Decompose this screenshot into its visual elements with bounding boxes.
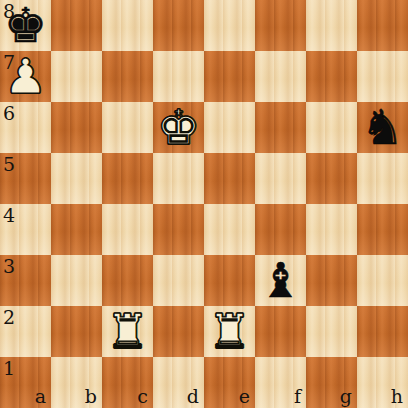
square-e7[interactable] bbox=[204, 51, 255, 102]
square-a8[interactable]: 8♚ bbox=[0, 0, 51, 51]
rank-label-1: 1 bbox=[3, 359, 15, 378]
square-h2[interactable] bbox=[357, 306, 408, 357]
square-h6[interactable]: ♞ bbox=[357, 102, 408, 153]
square-b5[interactable] bbox=[51, 153, 102, 204]
square-b4[interactable] bbox=[51, 204, 102, 255]
rank-label-4: 4 bbox=[3, 206, 15, 225]
square-f5[interactable] bbox=[255, 153, 306, 204]
square-e5[interactable] bbox=[204, 153, 255, 204]
file-label-c: c bbox=[137, 387, 148, 406]
rank-label-6: 6 bbox=[3, 104, 15, 123]
square-d4[interactable] bbox=[153, 204, 204, 255]
file-label-g: g bbox=[340, 387, 352, 406]
square-f8[interactable] bbox=[255, 0, 306, 51]
piece-black-bishop[interactable]: ♝ bbox=[259, 255, 302, 306]
square-c7[interactable] bbox=[102, 51, 153, 102]
square-d5[interactable] bbox=[153, 153, 204, 204]
square-h8[interactable] bbox=[357, 0, 408, 51]
square-g6[interactable] bbox=[306, 102, 357, 153]
square-d1[interactable]: d bbox=[153, 357, 204, 408]
chessboard-container: 8♚7♟6♚♞543♝2♜♜1abcdefgh bbox=[0, 0, 408, 408]
rank-label-2: 2 bbox=[3, 308, 15, 327]
square-e4[interactable] bbox=[204, 204, 255, 255]
rank-label-7: 7 bbox=[3, 53, 15, 72]
square-f4[interactable] bbox=[255, 204, 306, 255]
square-a4[interactable]: 4 bbox=[0, 204, 51, 255]
square-c3[interactable] bbox=[102, 255, 153, 306]
piece-white-rook[interactable]: ♜ bbox=[106, 306, 149, 357]
square-d2[interactable] bbox=[153, 306, 204, 357]
square-h3[interactable] bbox=[357, 255, 408, 306]
square-d3[interactable] bbox=[153, 255, 204, 306]
square-h4[interactable] bbox=[357, 204, 408, 255]
square-h7[interactable] bbox=[357, 51, 408, 102]
square-e1[interactable]: e bbox=[204, 357, 255, 408]
square-g3[interactable] bbox=[306, 255, 357, 306]
square-h1[interactable]: h bbox=[357, 357, 408, 408]
square-b3[interactable] bbox=[51, 255, 102, 306]
square-a3[interactable]: 3 bbox=[0, 255, 51, 306]
square-c1[interactable]: c bbox=[102, 357, 153, 408]
piece-white-rook[interactable]: ♜ bbox=[208, 306, 251, 357]
square-b7[interactable] bbox=[51, 51, 102, 102]
square-e6[interactable] bbox=[204, 102, 255, 153]
file-label-f: f bbox=[294, 387, 301, 406]
square-b1[interactable]: b bbox=[51, 357, 102, 408]
rank-label-5: 5 bbox=[3, 155, 15, 174]
file-label-d: d bbox=[187, 387, 199, 406]
square-c5[interactable] bbox=[102, 153, 153, 204]
square-c2[interactable]: ♜ bbox=[102, 306, 153, 357]
rank-label-8: 8 bbox=[3, 2, 15, 21]
square-c4[interactable] bbox=[102, 204, 153, 255]
file-label-e: e bbox=[239, 387, 250, 406]
square-f6[interactable] bbox=[255, 102, 306, 153]
square-f3[interactable]: ♝ bbox=[255, 255, 306, 306]
piece-black-knight[interactable]: ♞ bbox=[361, 102, 404, 153]
file-label-b: b bbox=[85, 387, 97, 406]
square-d7[interactable] bbox=[153, 51, 204, 102]
square-c6[interactable] bbox=[102, 102, 153, 153]
square-a5[interactable]: 5 bbox=[0, 153, 51, 204]
square-a1[interactable]: 1a bbox=[0, 357, 51, 408]
square-h5[interactable] bbox=[357, 153, 408, 204]
square-g1[interactable]: g bbox=[306, 357, 357, 408]
file-label-h: h bbox=[391, 387, 403, 406]
file-label-a: a bbox=[35, 387, 46, 406]
piece-white-king[interactable]: ♚ bbox=[157, 102, 200, 153]
square-d8[interactable] bbox=[153, 0, 204, 51]
square-b2[interactable] bbox=[51, 306, 102, 357]
rank-label-3: 3 bbox=[3, 257, 15, 276]
chessboard: 8♚7♟6♚♞543♝2♜♜1abcdefgh bbox=[0, 0, 408, 408]
square-b8[interactable] bbox=[51, 0, 102, 51]
square-f2[interactable] bbox=[255, 306, 306, 357]
square-g5[interactable] bbox=[306, 153, 357, 204]
square-e8[interactable] bbox=[204, 0, 255, 51]
square-d6[interactable]: ♚ bbox=[153, 102, 204, 153]
square-e3[interactable] bbox=[204, 255, 255, 306]
square-f7[interactable] bbox=[255, 51, 306, 102]
square-e2[interactable]: ♜ bbox=[204, 306, 255, 357]
square-g8[interactable] bbox=[306, 0, 357, 51]
square-g2[interactable] bbox=[306, 306, 357, 357]
square-c8[interactable] bbox=[102, 0, 153, 51]
square-a2[interactable]: 2 bbox=[0, 306, 51, 357]
square-g7[interactable] bbox=[306, 51, 357, 102]
square-a6[interactable]: 6 bbox=[0, 102, 51, 153]
square-a7[interactable]: 7♟ bbox=[0, 51, 51, 102]
square-f1[interactable]: f bbox=[255, 357, 306, 408]
square-b6[interactable] bbox=[51, 102, 102, 153]
square-g4[interactable] bbox=[306, 204, 357, 255]
